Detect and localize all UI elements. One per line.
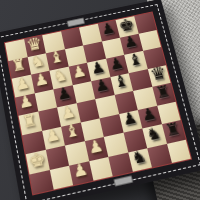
white-pawn[interactable]: ♟ xyxy=(72,161,90,181)
black-rook[interactable]: ♜ xyxy=(154,83,172,101)
white-pawn[interactable]: ♟ xyxy=(33,71,50,89)
black-pawn[interactable]: ♟ xyxy=(140,106,158,125)
black-rook[interactable]: ♜ xyxy=(164,120,182,139)
square-h8[interactable] xyxy=(166,139,190,163)
white-bishop[interactable]: ♝ xyxy=(48,49,65,66)
black-knight[interactable]: ♞ xyxy=(145,125,163,144)
white-knight[interactable]: ♞ xyxy=(52,67,69,85)
white-rook[interactable]: ♜ xyxy=(21,112,38,131)
black-bishop[interactable]: ♝ xyxy=(127,51,144,69)
white-pawn[interactable]: ♟ xyxy=(14,75,31,93)
white-pawn[interactable]: ♟ xyxy=(87,137,105,156)
black-knight[interactable]: ♞ xyxy=(130,148,148,167)
black-pawn[interactable]: ♟ xyxy=(56,85,73,103)
white-pawn[interactable]: ♟ xyxy=(44,127,61,146)
scene: ♛♟♚♜♞♝♟♟♟♞♟♟♟♝♟♟♟♝♛♜♟♜♟♝♟♟♚♟♞♜♟♞ xyxy=(0,0,200,200)
board-hinge-bottom xyxy=(113,175,133,186)
white-bishop[interactable]: ♝ xyxy=(63,122,81,141)
black-bishop[interactable]: ♝ xyxy=(112,73,129,91)
black-pawn[interactable]: ♟ xyxy=(122,34,139,51)
white-pawn[interactable]: ♟ xyxy=(60,104,77,123)
board-grid: ♛♟♚♜♞♝♟♟♟♞♟♟♟♝♟♟♟♝♛♜♟♜♟♝♟♟♚♟♞♜♟♞ xyxy=(4,11,192,195)
black-pawn[interactable]: ♟ xyxy=(89,59,106,77)
white-pawn[interactable]: ♟ xyxy=(71,63,88,81)
black-pawn[interactable]: ♟ xyxy=(121,110,139,129)
white-rook[interactable]: ♜ xyxy=(11,57,28,75)
black-pawn[interactable]: ♟ xyxy=(94,77,111,95)
white-knight[interactable]: ♞ xyxy=(30,53,47,71)
black-pawn[interactable]: ♟ xyxy=(108,55,125,73)
white-pawn[interactable]: ♟ xyxy=(18,93,35,111)
black-pawn[interactable]: ♟ xyxy=(100,20,117,37)
white-king[interactable]: ♚ xyxy=(27,149,47,171)
